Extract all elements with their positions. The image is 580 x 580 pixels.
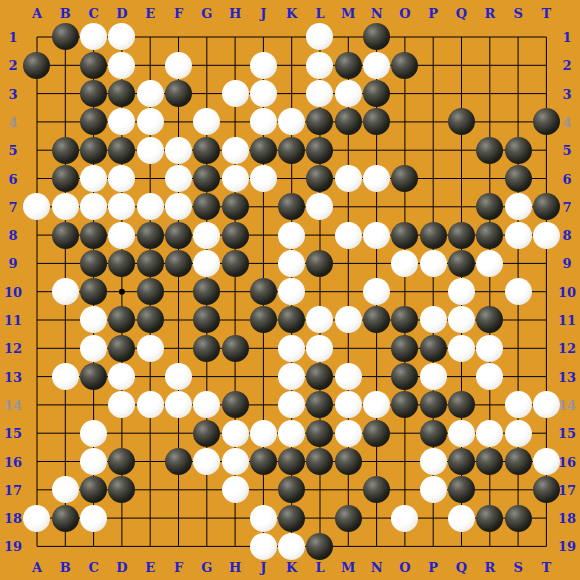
intersection-S1[interactable] <box>504 23 532 51</box>
intersection-D17[interactable] <box>108 476 136 504</box>
intersection-J8[interactable] <box>249 221 277 249</box>
intersection-H1[interactable] <box>221 23 249 51</box>
intersection-A10[interactable] <box>23 278 51 306</box>
intersection-R14[interactable] <box>476 391 504 419</box>
intersection-F5[interactable] <box>164 136 192 164</box>
intersection-R2[interactable] <box>476 51 504 79</box>
intersection-J4[interactable] <box>249 108 277 136</box>
intersection-N15[interactable] <box>362 419 390 447</box>
intersection-C18[interactable] <box>79 504 107 532</box>
intersection-A16[interactable] <box>23 447 51 475</box>
intersection-T14[interactable] <box>532 391 560 419</box>
intersection-M15[interactable] <box>334 419 362 447</box>
intersection-M2[interactable] <box>334 51 362 79</box>
intersection-T15[interactable] <box>532 419 560 447</box>
intersection-F17[interactable] <box>164 476 192 504</box>
intersection-B16[interactable] <box>51 447 79 475</box>
intersection-G1[interactable] <box>193 23 221 51</box>
intersection-J13[interactable] <box>249 362 277 390</box>
intersection-B2[interactable] <box>51 51 79 79</box>
intersection-Q7[interactable] <box>447 193 475 221</box>
intersection-Q14[interactable] <box>447 391 475 419</box>
intersection-C7[interactable] <box>79 193 107 221</box>
intersection-E8[interactable] <box>136 221 164 249</box>
intersection-B18[interactable] <box>51 504 79 532</box>
intersection-F4[interactable] <box>164 108 192 136</box>
intersection-N5[interactable] <box>362 136 390 164</box>
intersection-H18[interactable] <box>221 504 249 532</box>
intersection-Q1[interactable] <box>447 23 475 51</box>
intersection-E18[interactable] <box>136 504 164 532</box>
intersection-J17[interactable] <box>249 476 277 504</box>
intersection-T10[interactable] <box>532 278 560 306</box>
intersection-B14[interactable] <box>51 391 79 419</box>
intersection-H9[interactable] <box>221 249 249 277</box>
intersection-M5[interactable] <box>334 136 362 164</box>
intersection-M14[interactable] <box>334 391 362 419</box>
intersection-B9[interactable] <box>51 249 79 277</box>
intersection-G6[interactable] <box>193 164 221 192</box>
intersection-O2[interactable] <box>391 51 419 79</box>
intersection-Q11[interactable] <box>447 306 475 334</box>
intersection-E9[interactable] <box>136 249 164 277</box>
intersection-G10[interactable] <box>193 278 221 306</box>
intersection-R18[interactable] <box>476 504 504 532</box>
intersection-F8[interactable] <box>164 221 192 249</box>
intersection-A18[interactable] <box>23 504 51 532</box>
intersection-T4[interactable] <box>532 108 560 136</box>
intersection-L3[interactable] <box>306 79 334 107</box>
intersection-A15[interactable] <box>23 419 51 447</box>
intersection-J6[interactable] <box>249 164 277 192</box>
intersection-O1[interactable] <box>391 23 419 51</box>
intersection-F7[interactable] <box>164 193 192 221</box>
intersection-G12[interactable] <box>193 334 221 362</box>
intersection-F1[interactable] <box>164 23 192 51</box>
intersection-B11[interactable] <box>51 306 79 334</box>
intersection-S13[interactable] <box>504 362 532 390</box>
intersection-J5[interactable] <box>249 136 277 164</box>
intersection-P2[interactable] <box>419 51 447 79</box>
intersection-C4[interactable] <box>79 108 107 136</box>
intersection-H13[interactable] <box>221 362 249 390</box>
intersection-M16[interactable] <box>334 447 362 475</box>
intersection-B17[interactable] <box>51 476 79 504</box>
intersection-G5[interactable] <box>193 136 221 164</box>
intersection-O12[interactable] <box>391 334 419 362</box>
intersection-D9[interactable] <box>108 249 136 277</box>
intersection-G16[interactable] <box>193 447 221 475</box>
intersection-G2[interactable] <box>193 51 221 79</box>
intersection-P19[interactable] <box>419 532 447 560</box>
intersection-H6[interactable] <box>221 164 249 192</box>
intersection-N3[interactable] <box>362 79 390 107</box>
intersection-F19[interactable] <box>164 532 192 560</box>
intersection-C8[interactable] <box>79 221 107 249</box>
intersection-N1[interactable] <box>362 23 390 51</box>
intersection-O9[interactable] <box>391 249 419 277</box>
intersection-C11[interactable] <box>79 306 107 334</box>
intersection-E10[interactable] <box>136 278 164 306</box>
intersection-N18[interactable] <box>362 504 390 532</box>
intersection-E19[interactable] <box>136 532 164 560</box>
intersection-E13[interactable] <box>136 362 164 390</box>
intersection-C1[interactable] <box>79 23 107 51</box>
intersection-P15[interactable] <box>419 419 447 447</box>
intersection-Q10[interactable] <box>447 278 475 306</box>
intersection-Q19[interactable] <box>447 532 475 560</box>
intersection-M6[interactable] <box>334 164 362 192</box>
intersection-G9[interactable] <box>193 249 221 277</box>
intersection-G4[interactable] <box>193 108 221 136</box>
intersection-D3[interactable] <box>108 79 136 107</box>
intersection-D6[interactable] <box>108 164 136 192</box>
intersection-F13[interactable] <box>164 362 192 390</box>
intersection-C3[interactable] <box>79 79 107 107</box>
intersection-A14[interactable] <box>23 391 51 419</box>
intersection-Q13[interactable] <box>447 362 475 390</box>
intersection-O14[interactable] <box>391 391 419 419</box>
intersection-T9[interactable] <box>532 249 560 277</box>
intersection-S7[interactable] <box>504 193 532 221</box>
intersection-L13[interactable] <box>306 362 334 390</box>
intersection-M18[interactable] <box>334 504 362 532</box>
intersection-T17[interactable] <box>532 476 560 504</box>
intersection-T8[interactable] <box>532 221 560 249</box>
intersection-A6[interactable] <box>23 164 51 192</box>
intersection-P9[interactable] <box>419 249 447 277</box>
intersection-C14[interactable] <box>79 391 107 419</box>
intersection-L14[interactable] <box>306 391 334 419</box>
intersection-F14[interactable] <box>164 391 192 419</box>
intersection-C13[interactable] <box>79 362 107 390</box>
intersection-A19[interactable] <box>23 532 51 560</box>
intersection-G17[interactable] <box>193 476 221 504</box>
intersection-R10[interactable] <box>476 278 504 306</box>
intersection-K8[interactable] <box>278 221 306 249</box>
intersection-G15[interactable] <box>193 419 221 447</box>
intersection-A11[interactable] <box>23 306 51 334</box>
intersection-N16[interactable] <box>362 447 390 475</box>
intersection-T19[interactable] <box>532 532 560 560</box>
intersection-A7[interactable] <box>23 193 51 221</box>
intersection-Q4[interactable] <box>447 108 475 136</box>
intersection-E1[interactable] <box>136 23 164 51</box>
intersection-O10[interactable] <box>391 278 419 306</box>
intersection-S9[interactable] <box>504 249 532 277</box>
intersection-P4[interactable] <box>419 108 447 136</box>
intersection-R11[interactable] <box>476 306 504 334</box>
intersection-M12[interactable] <box>334 334 362 362</box>
intersection-P6[interactable] <box>419 164 447 192</box>
intersection-Q2[interactable] <box>447 51 475 79</box>
intersection-E16[interactable] <box>136 447 164 475</box>
intersection-B12[interactable] <box>51 334 79 362</box>
intersection-Q17[interactable] <box>447 476 475 504</box>
intersection-B13[interactable] <box>51 362 79 390</box>
intersection-L12[interactable] <box>306 334 334 362</box>
intersection-S2[interactable] <box>504 51 532 79</box>
intersection-J15[interactable] <box>249 419 277 447</box>
intersection-S19[interactable] <box>504 532 532 560</box>
intersection-H11[interactable] <box>221 306 249 334</box>
intersection-A5[interactable] <box>23 136 51 164</box>
intersection-A2[interactable] <box>23 51 51 79</box>
intersection-T7[interactable] <box>532 193 560 221</box>
intersection-J2[interactable] <box>249 51 277 79</box>
intersection-M11[interactable] <box>334 306 362 334</box>
intersection-R12[interactable] <box>476 334 504 362</box>
intersection-M17[interactable] <box>334 476 362 504</box>
intersection-H16[interactable] <box>221 447 249 475</box>
intersection-Q12[interactable] <box>447 334 475 362</box>
intersection-E11[interactable] <box>136 306 164 334</box>
intersection-B5[interactable] <box>51 136 79 164</box>
intersection-S10[interactable] <box>504 278 532 306</box>
intersection-G7[interactable] <box>193 193 221 221</box>
intersection-T1[interactable] <box>532 23 560 51</box>
intersection-K1[interactable] <box>278 23 306 51</box>
intersection-L11[interactable] <box>306 306 334 334</box>
intersection-A8[interactable] <box>23 221 51 249</box>
intersection-Q18[interactable] <box>447 504 475 532</box>
intersection-O5[interactable] <box>391 136 419 164</box>
intersection-R16[interactable] <box>476 447 504 475</box>
intersection-S15[interactable] <box>504 419 532 447</box>
intersection-N13[interactable] <box>362 362 390 390</box>
intersection-O16[interactable] <box>391 447 419 475</box>
intersection-E17[interactable] <box>136 476 164 504</box>
intersection-Q15[interactable] <box>447 419 475 447</box>
intersection-N7[interactable] <box>362 193 390 221</box>
intersection-P3[interactable] <box>419 79 447 107</box>
intersection-O19[interactable] <box>391 532 419 560</box>
intersection-G14[interactable] <box>193 391 221 419</box>
intersection-B3[interactable] <box>51 79 79 107</box>
intersection-K18[interactable] <box>278 504 306 532</box>
intersection-D13[interactable] <box>108 362 136 390</box>
intersection-B6[interactable] <box>51 164 79 192</box>
intersection-P1[interactable] <box>419 23 447 51</box>
intersection-B4[interactable] <box>51 108 79 136</box>
intersection-T16[interactable] <box>532 447 560 475</box>
intersection-D16[interactable] <box>108 447 136 475</box>
intersection-R17[interactable] <box>476 476 504 504</box>
intersection-S14[interactable] <box>504 391 532 419</box>
intersection-R8[interactable] <box>476 221 504 249</box>
intersection-D1[interactable] <box>108 23 136 51</box>
intersection-C6[interactable] <box>79 164 107 192</box>
intersection-S12[interactable] <box>504 334 532 362</box>
intersection-O13[interactable] <box>391 362 419 390</box>
intersection-D19[interactable] <box>108 532 136 560</box>
intersection-O17[interactable] <box>391 476 419 504</box>
intersection-H4[interactable] <box>221 108 249 136</box>
intersection-R3[interactable] <box>476 79 504 107</box>
intersection-Q6[interactable] <box>447 164 475 192</box>
intersection-A1[interactable] <box>23 23 51 51</box>
intersection-D10[interactable] <box>108 278 136 306</box>
intersection-H7[interactable] <box>221 193 249 221</box>
intersection-T6[interactable] <box>532 164 560 192</box>
intersection-B7[interactable] <box>51 193 79 221</box>
intersection-N19[interactable] <box>362 532 390 560</box>
intersection-S6[interactable] <box>504 164 532 192</box>
intersection-O18[interactable] <box>391 504 419 532</box>
intersection-F10[interactable] <box>164 278 192 306</box>
intersection-C19[interactable] <box>79 532 107 560</box>
intersection-R5[interactable] <box>476 136 504 164</box>
intersection-C16[interactable] <box>79 447 107 475</box>
intersection-M3[interactable] <box>334 79 362 107</box>
intersection-M10[interactable] <box>334 278 362 306</box>
intersection-O6[interactable] <box>391 164 419 192</box>
intersection-R13[interactable] <box>476 362 504 390</box>
intersection-J16[interactable] <box>249 447 277 475</box>
intersection-K4[interactable] <box>278 108 306 136</box>
intersection-D12[interactable] <box>108 334 136 362</box>
intersection-J11[interactable] <box>249 306 277 334</box>
intersection-H2[interactable] <box>221 51 249 79</box>
intersection-C15[interactable] <box>79 419 107 447</box>
intersection-P14[interactable] <box>419 391 447 419</box>
intersection-K3[interactable] <box>278 79 306 107</box>
intersection-N11[interactable] <box>362 306 390 334</box>
intersection-L15[interactable] <box>306 419 334 447</box>
intersection-P8[interactable] <box>419 221 447 249</box>
intersection-L10[interactable] <box>306 278 334 306</box>
intersection-N14[interactable] <box>362 391 390 419</box>
intersection-N10[interactable] <box>362 278 390 306</box>
intersection-S17[interactable] <box>504 476 532 504</box>
intersection-P18[interactable] <box>419 504 447 532</box>
intersection-L5[interactable] <box>306 136 334 164</box>
intersection-D4[interactable] <box>108 108 136 136</box>
intersection-G19[interactable] <box>193 532 221 560</box>
intersection-B15[interactable] <box>51 419 79 447</box>
intersection-K11[interactable] <box>278 306 306 334</box>
intersection-A12[interactable] <box>23 334 51 362</box>
intersection-J7[interactable] <box>249 193 277 221</box>
intersection-E5[interactable] <box>136 136 164 164</box>
intersection-O4[interactable] <box>391 108 419 136</box>
intersection-M9[interactable] <box>334 249 362 277</box>
intersection-E3[interactable] <box>136 79 164 107</box>
intersection-C17[interactable] <box>79 476 107 504</box>
intersection-E6[interactable] <box>136 164 164 192</box>
intersection-F18[interactable] <box>164 504 192 532</box>
intersection-D14[interactable] <box>108 391 136 419</box>
intersection-E12[interactable] <box>136 334 164 362</box>
intersection-L9[interactable] <box>306 249 334 277</box>
intersection-K2[interactable] <box>278 51 306 79</box>
intersection-P5[interactable] <box>419 136 447 164</box>
intersection-K13[interactable] <box>278 362 306 390</box>
intersection-N4[interactable] <box>362 108 390 136</box>
intersection-H3[interactable] <box>221 79 249 107</box>
intersection-G3[interactable] <box>193 79 221 107</box>
intersection-P7[interactable] <box>419 193 447 221</box>
intersection-R1[interactable] <box>476 23 504 51</box>
intersection-T3[interactable] <box>532 79 560 107</box>
intersection-F12[interactable] <box>164 334 192 362</box>
intersection-L18[interactable] <box>306 504 334 532</box>
intersection-M19[interactable] <box>334 532 362 560</box>
intersection-J12[interactable] <box>249 334 277 362</box>
intersection-G11[interactable] <box>193 306 221 334</box>
intersection-H5[interactable] <box>221 136 249 164</box>
intersection-T18[interactable] <box>532 504 560 532</box>
intersection-P11[interactable] <box>419 306 447 334</box>
intersection-R7[interactable] <box>476 193 504 221</box>
intersection-C5[interactable] <box>79 136 107 164</box>
intersection-F6[interactable] <box>164 164 192 192</box>
intersection-P12[interactable] <box>419 334 447 362</box>
intersection-N2[interactable] <box>362 51 390 79</box>
intersection-K17[interactable] <box>278 476 306 504</box>
intersection-T2[interactable] <box>532 51 560 79</box>
intersection-O3[interactable] <box>391 79 419 107</box>
intersection-H17[interactable] <box>221 476 249 504</box>
intersection-N8[interactable] <box>362 221 390 249</box>
intersection-N17[interactable] <box>362 476 390 504</box>
intersection-P16[interactable] <box>419 447 447 475</box>
intersection-T13[interactable] <box>532 362 560 390</box>
intersection-B1[interactable] <box>51 23 79 51</box>
intersection-R9[interactable] <box>476 249 504 277</box>
intersection-F15[interactable] <box>164 419 192 447</box>
intersection-J18[interactable] <box>249 504 277 532</box>
intersection-D7[interactable] <box>108 193 136 221</box>
intersection-G8[interactable] <box>193 221 221 249</box>
intersection-Q5[interactable] <box>447 136 475 164</box>
intersection-A13[interactable] <box>23 362 51 390</box>
intersection-J19[interactable] <box>249 532 277 560</box>
intersection-L16[interactable] <box>306 447 334 475</box>
intersection-E2[interactable] <box>136 51 164 79</box>
intersection-N12[interactable] <box>362 334 390 362</box>
intersection-D18[interactable] <box>108 504 136 532</box>
intersection-O7[interactable] <box>391 193 419 221</box>
intersection-A17[interactable] <box>23 476 51 504</box>
intersection-F2[interactable] <box>164 51 192 79</box>
intersection-F11[interactable] <box>164 306 192 334</box>
intersection-H8[interactable] <box>221 221 249 249</box>
intersection-C9[interactable] <box>79 249 107 277</box>
intersection-O8[interactable] <box>391 221 419 249</box>
intersection-P10[interactable] <box>419 278 447 306</box>
intersection-K9[interactable] <box>278 249 306 277</box>
intersection-J3[interactable] <box>249 79 277 107</box>
intersection-J1[interactable] <box>249 23 277 51</box>
intersection-G18[interactable] <box>193 504 221 532</box>
intersection-A9[interactable] <box>23 249 51 277</box>
intersection-H10[interactable] <box>221 278 249 306</box>
intersection-N6[interactable] <box>362 164 390 192</box>
intersection-J10[interactable] <box>249 278 277 306</box>
intersection-D15[interactable] <box>108 419 136 447</box>
intersection-E14[interactable] <box>136 391 164 419</box>
intersection-M7[interactable] <box>334 193 362 221</box>
intersection-L17[interactable] <box>306 476 334 504</box>
intersection-K19[interactable] <box>278 532 306 560</box>
intersection-E4[interactable] <box>136 108 164 136</box>
intersection-R4[interactable] <box>476 108 504 136</box>
intersection-L2[interactable] <box>306 51 334 79</box>
intersection-K5[interactable] <box>278 136 306 164</box>
intersection-K12[interactable] <box>278 334 306 362</box>
intersection-E7[interactable] <box>136 193 164 221</box>
